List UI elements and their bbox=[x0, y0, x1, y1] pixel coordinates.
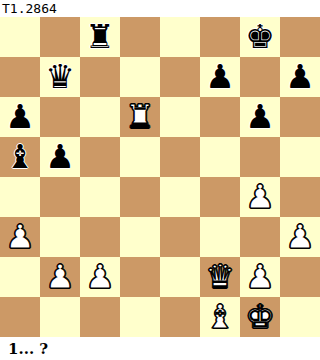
square-a7[interactable] bbox=[0, 57, 40, 97]
piece-white-queen[interactable]: ♛ bbox=[205, 257, 235, 297]
square-b4[interactable] bbox=[40, 177, 80, 217]
square-f4[interactable] bbox=[200, 177, 240, 217]
square-g1[interactable]: ♚ bbox=[240, 297, 280, 337]
square-h8[interactable] bbox=[280, 17, 320, 57]
square-d2[interactable] bbox=[120, 257, 160, 297]
square-e1[interactable] bbox=[160, 297, 200, 337]
square-b1[interactable] bbox=[40, 297, 80, 337]
piece-white-bishop[interactable]: ♝ bbox=[205, 297, 235, 337]
square-b5[interactable]: ♟ bbox=[40, 137, 80, 177]
square-a1[interactable] bbox=[0, 297, 40, 337]
square-g7[interactable] bbox=[240, 57, 280, 97]
square-b3[interactable] bbox=[40, 217, 80, 257]
square-d3[interactable] bbox=[120, 217, 160, 257]
square-g3[interactable] bbox=[240, 217, 280, 257]
piece-white-rook[interactable]: ♜ bbox=[125, 97, 155, 137]
piece-black-pawn[interactable]: ♟ bbox=[285, 57, 315, 97]
square-a6[interactable]: ♟ bbox=[0, 97, 40, 137]
square-d7[interactable] bbox=[120, 57, 160, 97]
square-c4[interactable] bbox=[80, 177, 120, 217]
square-d5[interactable] bbox=[120, 137, 160, 177]
square-a2[interactable] bbox=[0, 257, 40, 297]
square-d6[interactable]: ♜ bbox=[120, 97, 160, 137]
piece-white-pawn[interactable]: ♟ bbox=[285, 217, 315, 257]
square-f6[interactable] bbox=[200, 97, 240, 137]
square-f7[interactable]: ♟ bbox=[200, 57, 240, 97]
square-c6[interactable] bbox=[80, 97, 120, 137]
piece-black-pawn[interactable]: ♟ bbox=[5, 97, 35, 137]
square-f2[interactable]: ♛ bbox=[200, 257, 240, 297]
square-h3[interactable]: ♟ bbox=[280, 217, 320, 257]
square-a3[interactable]: ♟ bbox=[0, 217, 40, 257]
puzzle-window: T1.2864 ♜♚♛♟♟♟♜♟♝♟♟♟♟♟♟♛♟♝♚ 1... ? bbox=[0, 0, 320, 360]
piece-black-queen[interactable]: ♛ bbox=[45, 57, 75, 97]
square-h1[interactable] bbox=[280, 297, 320, 337]
square-f5[interactable] bbox=[200, 137, 240, 177]
piece-black-pawn[interactable]: ♟ bbox=[245, 97, 275, 137]
square-g6[interactable]: ♟ bbox=[240, 97, 280, 137]
square-g2[interactable]: ♟ bbox=[240, 257, 280, 297]
square-e4[interactable] bbox=[160, 177, 200, 217]
piece-black-bishop[interactable]: ♝ bbox=[5, 137, 35, 177]
square-d4[interactable] bbox=[120, 177, 160, 217]
square-c3[interactable] bbox=[80, 217, 120, 257]
piece-black-pawn[interactable]: ♟ bbox=[205, 57, 235, 97]
square-b8[interactable] bbox=[40, 17, 80, 57]
square-g8[interactable]: ♚ bbox=[240, 17, 280, 57]
piece-white-pawn[interactable]: ♟ bbox=[45, 257, 75, 297]
piece-black-king[interactable]: ♚ bbox=[245, 17, 275, 57]
square-h2[interactable] bbox=[280, 257, 320, 297]
square-b6[interactable] bbox=[40, 97, 80, 137]
status-bar: 1... ? bbox=[0, 337, 320, 360]
puzzle-id: T1.2864 bbox=[2, 1, 57, 16]
square-d8[interactable] bbox=[120, 17, 160, 57]
square-h5[interactable] bbox=[280, 137, 320, 177]
piece-white-pawn[interactable]: ♟ bbox=[245, 257, 275, 297]
square-h7[interactable]: ♟ bbox=[280, 57, 320, 97]
piece-white-pawn[interactable]: ♟ bbox=[85, 257, 115, 297]
square-e5[interactable] bbox=[160, 137, 200, 177]
piece-black-pawn[interactable]: ♟ bbox=[45, 137, 75, 177]
square-h4[interactable] bbox=[280, 177, 320, 217]
square-f3[interactable] bbox=[200, 217, 240, 257]
square-f1[interactable]: ♝ bbox=[200, 297, 240, 337]
square-e2[interactable] bbox=[160, 257, 200, 297]
move-prompt: 1... ? bbox=[8, 340, 48, 358]
square-c7[interactable] bbox=[80, 57, 120, 97]
square-c1[interactable] bbox=[80, 297, 120, 337]
square-c2[interactable]: ♟ bbox=[80, 257, 120, 297]
square-h6[interactable] bbox=[280, 97, 320, 137]
piece-white-king[interactable]: ♚ bbox=[245, 297, 275, 337]
piece-black-rook[interactable]: ♜ bbox=[85, 17, 115, 57]
title-bar: T1.2864 bbox=[0, 0, 320, 17]
square-e3[interactable] bbox=[160, 217, 200, 257]
square-c8[interactable]: ♜ bbox=[80, 17, 120, 57]
square-d1[interactable] bbox=[120, 297, 160, 337]
chess-board: ♜♚♛♟♟♟♜♟♝♟♟♟♟♟♟♛♟♝♚ bbox=[0, 17, 320, 337]
square-e8[interactable] bbox=[160, 17, 200, 57]
square-b2[interactable]: ♟ bbox=[40, 257, 80, 297]
square-f8[interactable] bbox=[200, 17, 240, 57]
square-a5[interactable]: ♝ bbox=[0, 137, 40, 177]
square-b7[interactable]: ♛ bbox=[40, 57, 80, 97]
piece-white-pawn[interactable]: ♟ bbox=[245, 177, 275, 217]
piece-white-pawn[interactable]: ♟ bbox=[5, 217, 35, 257]
square-g5[interactable] bbox=[240, 137, 280, 177]
square-e6[interactable] bbox=[160, 97, 200, 137]
square-a8[interactable] bbox=[0, 17, 40, 57]
square-e7[interactable] bbox=[160, 57, 200, 97]
square-g4[interactable]: ♟ bbox=[240, 177, 280, 217]
square-c5[interactable] bbox=[80, 137, 120, 177]
square-a4[interactable] bbox=[0, 177, 40, 217]
